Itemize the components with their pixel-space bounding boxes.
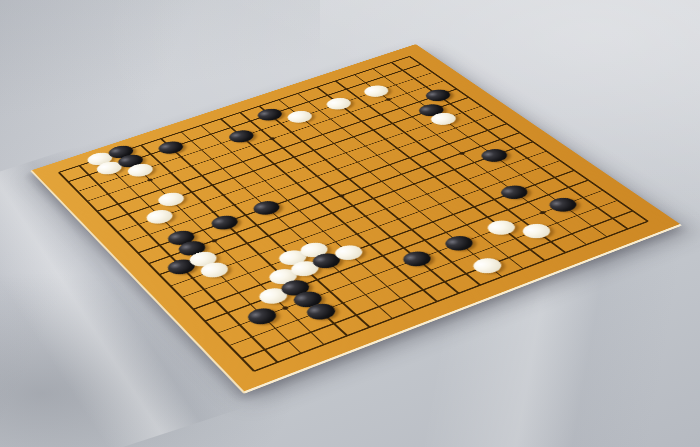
grid-line-vertical [180,132,393,319]
black-stone [302,300,340,322]
grid-line-horizontal [193,170,575,310]
grid-line-vertical [220,119,438,302]
hoshi-point [539,211,547,215]
grid-line-horizontal [127,114,494,242]
grid-line-horizontal [87,80,445,201]
grid-line-horizontal [170,151,547,287]
star-points [32,44,416,170]
grid-line-horizontal [229,200,618,346]
grid-line-vertical [100,158,302,353]
black-stone [254,107,287,123]
grid-line-vertical [79,165,279,362]
black-stone [164,228,199,248]
white-stone [323,96,356,112]
grid-line-horizontal [77,72,433,192]
go-board [30,44,682,394]
white-stone [426,111,460,128]
grid-line-horizontal [205,180,589,322]
grid-line-horizontal [181,160,560,298]
grid-line-horizontal [241,210,633,358]
white-stone [84,150,116,167]
grid-line-vertical [297,93,524,269]
grid-line-vertical [200,125,415,310]
grid-line-horizontal [59,56,410,173]
white-stone [361,83,394,99]
black-stone [289,289,327,311]
white-stone [330,243,367,263]
white-stone [284,109,317,125]
grid-line-horizontal [138,123,508,253]
hoshi-point [413,257,421,261]
hoshi-point [210,238,217,242]
black-stone [308,250,345,270]
hoshi-point [337,194,344,198]
black-stone [114,153,147,170]
hoshi-point [147,178,154,182]
white-stone [296,240,333,260]
black-stone [421,87,454,103]
hoshi-point [385,98,392,101]
grid-line-vertical [58,172,255,371]
grid-line-vertical [259,106,481,285]
hoshi-point [281,306,289,311]
black-stone [207,213,242,232]
white-stone [93,159,126,177]
white-stone [517,221,555,241]
black-stone [155,139,188,156]
white-stone [186,249,222,269]
black-stone [164,257,200,277]
grid-line-horizontal [159,141,533,275]
black-stone [414,102,448,118]
grid-line-vertical [316,87,545,261]
grid-line-vertical [160,138,370,327]
grid-line-vertical [335,81,566,253]
white-stone [286,258,323,279]
black-stone [496,183,533,202]
white-stone [143,207,177,226]
grid-line-vertical [409,56,648,221]
black-stone [476,147,511,165]
white-stone [154,190,188,208]
black-stone [398,249,436,270]
white-stone [274,247,311,267]
photo-scene [0,0,700,447]
grid-line-horizontal [68,64,422,182]
grid-line-vertical [372,68,607,237]
grid-line-vertical [278,100,503,278]
grid-line-horizontal [97,89,457,212]
grid-line-vertical [391,62,628,229]
white-stone [483,218,520,238]
white-stone [254,285,291,306]
white-stone [264,266,301,287]
stones-layer [32,44,416,170]
black-stone [175,238,211,258]
grid-line-vertical [120,152,325,345]
grid-line-horizontal [217,190,604,334]
black-stone [441,233,479,253]
hoshi-point [269,137,276,141]
grid-line-vertical [239,112,459,293]
grid-line-vertical [354,75,587,245]
black-stone [277,277,314,298]
black-stone [249,198,284,217]
grid-line-horizontal [254,221,649,372]
black-stone [544,195,581,214]
black-stone [244,305,282,327]
grid-line-horizontal [107,97,470,222]
white-stone [468,255,506,276]
grid-line-vertical [140,145,348,336]
white-stone [197,260,233,281]
white-stone [124,162,157,180]
black-stone [225,128,258,145]
hoshi-point [458,151,465,155]
grid-line-horizontal [148,132,520,264]
board-grid [32,44,416,170]
grid-line-horizontal [117,106,482,232]
black-stone [104,143,136,160]
